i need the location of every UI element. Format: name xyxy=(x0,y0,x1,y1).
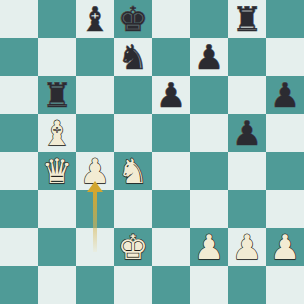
square-f1[interactable] xyxy=(190,266,228,304)
square-f3[interactable] xyxy=(190,190,228,228)
square-g4[interactable] xyxy=(228,152,266,190)
square-e6[interactable]: ♟ xyxy=(152,76,190,114)
square-e5[interactable] xyxy=(152,114,190,152)
square-b8[interactable] xyxy=(38,0,76,38)
square-h2[interactable]: ♟ xyxy=(266,228,304,266)
black-king-d8[interactable]: ♚ xyxy=(118,0,148,38)
square-c2[interactable] xyxy=(76,228,114,266)
square-b7[interactable] xyxy=(38,38,76,76)
square-e4[interactable] xyxy=(152,152,190,190)
square-h3[interactable] xyxy=(266,190,304,228)
square-g2[interactable]: ♟ xyxy=(228,228,266,266)
square-a1[interactable] xyxy=(0,266,38,304)
square-f4[interactable] xyxy=(190,152,228,190)
square-f7[interactable]: ♟ xyxy=(190,38,228,76)
square-a4[interactable] xyxy=(0,152,38,190)
square-c1[interactable] xyxy=(76,266,114,304)
square-c3[interactable] xyxy=(76,190,114,228)
square-b6[interactable]: ♜ xyxy=(38,76,76,114)
square-g6[interactable] xyxy=(228,76,266,114)
white-pawn-c4[interactable]: ♟ xyxy=(80,152,110,190)
square-d2[interactable]: ♚ xyxy=(114,228,152,266)
white-bishop-b5[interactable]: ♝ xyxy=(42,114,72,152)
square-h7[interactable] xyxy=(266,38,304,76)
square-a2[interactable] xyxy=(0,228,38,266)
black-pawn-e6[interactable]: ♟ xyxy=(156,76,186,114)
square-h6[interactable]: ♟ xyxy=(266,76,304,114)
square-b3[interactable] xyxy=(38,190,76,228)
square-e1[interactable] xyxy=(152,266,190,304)
square-c7[interactable] xyxy=(76,38,114,76)
white-pawn-g2[interactable]: ♟ xyxy=(232,228,262,266)
black-knight-d7[interactable]: ♞ xyxy=(118,38,148,76)
square-e3[interactable] xyxy=(152,190,190,228)
square-e8[interactable] xyxy=(152,0,190,38)
square-d1[interactable] xyxy=(114,266,152,304)
square-a8[interactable] xyxy=(0,0,38,38)
square-d3[interactable] xyxy=(114,190,152,228)
square-g5[interactable]: ♟ xyxy=(228,114,266,152)
square-f2[interactable]: ♟ xyxy=(190,228,228,266)
white-queen-b4[interactable]: ♛ xyxy=(42,152,72,190)
square-d6[interactable] xyxy=(114,76,152,114)
square-d5[interactable] xyxy=(114,114,152,152)
square-h1[interactable] xyxy=(266,266,304,304)
square-a5[interactable] xyxy=(0,114,38,152)
square-h5[interactable] xyxy=(266,114,304,152)
square-f5[interactable] xyxy=(190,114,228,152)
black-rook-g8[interactable]: ♜ xyxy=(232,0,262,38)
white-pawn-f2[interactable]: ♟ xyxy=(194,228,224,266)
square-b1[interactable] xyxy=(38,266,76,304)
square-d4[interactable]: ♞ xyxy=(114,152,152,190)
square-c6[interactable] xyxy=(76,76,114,114)
chess-board: ♝♚♜♞♟♜♟♟♝♟♛♟♞♚♟♟♟ xyxy=(0,0,304,304)
white-pawn-h2[interactable]: ♟ xyxy=(270,228,300,266)
square-c4[interactable]: ♟ xyxy=(76,152,114,190)
square-b5[interactable]: ♝ xyxy=(38,114,76,152)
square-c5[interactable] xyxy=(76,114,114,152)
square-b2[interactable] xyxy=(38,228,76,266)
black-rook-b6[interactable]: ♜ xyxy=(42,76,72,114)
square-g7[interactable] xyxy=(228,38,266,76)
square-d7[interactable]: ♞ xyxy=(114,38,152,76)
black-pawn-g5[interactable]: ♟ xyxy=(232,114,262,152)
square-a6[interactable] xyxy=(0,76,38,114)
black-pawn-f7[interactable]: ♟ xyxy=(194,38,224,76)
square-c8[interactable]: ♝ xyxy=(76,0,114,38)
square-h4[interactable] xyxy=(266,152,304,190)
square-h8[interactable] xyxy=(266,0,304,38)
square-f6[interactable] xyxy=(190,76,228,114)
square-g8[interactable]: ♜ xyxy=(228,0,266,38)
square-a7[interactable] xyxy=(0,38,38,76)
square-f8[interactable] xyxy=(190,0,228,38)
square-e7[interactable] xyxy=(152,38,190,76)
black-bishop-c8[interactable]: ♝ xyxy=(80,0,110,38)
square-e2[interactable] xyxy=(152,228,190,266)
black-pawn-h6[interactable]: ♟ xyxy=(270,76,300,114)
square-g3[interactable] xyxy=(228,190,266,228)
white-knight-d4[interactable]: ♞ xyxy=(118,152,148,190)
square-d8[interactable]: ♚ xyxy=(114,0,152,38)
white-king-d2[interactable]: ♚ xyxy=(118,228,148,266)
square-g1[interactable] xyxy=(228,266,266,304)
square-a3[interactable] xyxy=(0,190,38,228)
square-b4[interactable]: ♛ xyxy=(38,152,76,190)
